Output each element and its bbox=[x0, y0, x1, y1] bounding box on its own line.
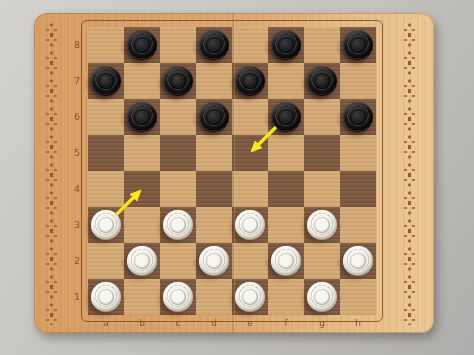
rank-label: 7 bbox=[64, 76, 80, 87]
square-e4[interactable] bbox=[232, 171, 268, 207]
checker-black-cap bbox=[134, 109, 150, 125]
checker-black-cap bbox=[170, 73, 186, 89]
square-c4[interactable] bbox=[160, 171, 196, 207]
square-c2[interactable] bbox=[160, 243, 196, 279]
square-c7[interactable] bbox=[160, 63, 196, 99]
checker-white-cap bbox=[314, 217, 330, 233]
file-label: g bbox=[314, 318, 330, 329]
square-b3[interactable] bbox=[124, 207, 160, 243]
checker-white[interactable] bbox=[163, 210, 193, 240]
square-e5[interactable] bbox=[232, 135, 268, 171]
square-f3[interactable] bbox=[268, 207, 304, 243]
checker-white[interactable] bbox=[199, 246, 229, 276]
square-a8[interactable] bbox=[88, 27, 124, 63]
square-c3[interactable] bbox=[160, 207, 196, 243]
square-f7[interactable] bbox=[268, 63, 304, 99]
square-c1[interactable] bbox=[160, 279, 196, 315]
checker-black-cap bbox=[350, 37, 366, 53]
square-g6[interactable] bbox=[304, 99, 340, 135]
square-a6[interactable] bbox=[88, 99, 124, 135]
checker-black[interactable] bbox=[307, 66, 337, 96]
rank-label: 5 bbox=[64, 148, 80, 159]
checker-black[interactable] bbox=[271, 102, 301, 132]
square-d8[interactable] bbox=[196, 27, 232, 63]
checker-black-cap bbox=[98, 73, 114, 89]
ornament-border-left bbox=[44, 21, 59, 325]
checker-white[interactable] bbox=[307, 282, 337, 312]
checker-white-cap bbox=[170, 289, 186, 305]
square-h6[interactable] bbox=[340, 99, 376, 135]
file-label: a bbox=[98, 318, 114, 329]
square-b4[interactable] bbox=[124, 171, 160, 207]
checker-black-cap bbox=[350, 109, 366, 125]
square-f5[interactable] bbox=[268, 135, 304, 171]
square-f8[interactable] bbox=[268, 27, 304, 63]
square-d6[interactable] bbox=[196, 99, 232, 135]
square-e8[interactable] bbox=[232, 27, 268, 63]
square-d5[interactable] bbox=[196, 135, 232, 171]
square-g4[interactable] bbox=[304, 171, 340, 207]
board-fold-crease bbox=[232, 13, 235, 333]
square-a4[interactable] bbox=[88, 171, 124, 207]
checker-black[interactable] bbox=[271, 30, 301, 60]
checker-white-cap bbox=[170, 217, 186, 233]
checker-white[interactable] bbox=[91, 282, 121, 312]
square-c5[interactable] bbox=[160, 135, 196, 171]
square-e7[interactable] bbox=[232, 63, 268, 99]
checker-white-cap bbox=[242, 289, 258, 305]
square-b6[interactable] bbox=[124, 99, 160, 135]
checker-white[interactable] bbox=[235, 282, 265, 312]
rank-label: 1 bbox=[64, 292, 80, 303]
square-f1[interactable] bbox=[268, 279, 304, 315]
checker-black[interactable] bbox=[199, 30, 229, 60]
checker-white-cap bbox=[242, 217, 258, 233]
square-a2[interactable] bbox=[88, 243, 124, 279]
rank-label: 4 bbox=[64, 184, 80, 195]
square-e3[interactable] bbox=[232, 207, 268, 243]
checker-black[interactable] bbox=[127, 30, 157, 60]
square-h4[interactable] bbox=[340, 171, 376, 207]
square-h2[interactable] bbox=[340, 243, 376, 279]
square-h3[interactable] bbox=[340, 207, 376, 243]
file-label: c bbox=[170, 318, 186, 329]
checker-black[interactable] bbox=[343, 102, 373, 132]
file-label: f bbox=[278, 318, 294, 329]
checker-black[interactable] bbox=[199, 102, 229, 132]
checker-black-cap bbox=[206, 37, 222, 53]
checker-black[interactable] bbox=[163, 66, 193, 96]
square-c6[interactable] bbox=[160, 99, 196, 135]
checker-white[interactable] bbox=[127, 246, 157, 276]
square-a1[interactable] bbox=[88, 279, 124, 315]
square-g2[interactable] bbox=[304, 243, 340, 279]
checker-white-cap bbox=[206, 253, 222, 269]
rank-label: 2 bbox=[64, 256, 80, 267]
photo-background: 87654321abcdefgh bbox=[0, 0, 474, 355]
checker-black[interactable] bbox=[127, 102, 157, 132]
square-h1[interactable] bbox=[340, 279, 376, 315]
square-c8[interactable] bbox=[160, 27, 196, 63]
square-h8[interactable] bbox=[340, 27, 376, 63]
checker-black[interactable] bbox=[343, 30, 373, 60]
checker-black[interactable] bbox=[91, 66, 121, 96]
square-e6[interactable] bbox=[232, 99, 268, 135]
square-d2[interactable] bbox=[196, 243, 232, 279]
checker-white[interactable] bbox=[307, 210, 337, 240]
square-a7[interactable] bbox=[88, 63, 124, 99]
checker-white[interactable] bbox=[163, 282, 193, 312]
checker-black-cap bbox=[206, 109, 222, 125]
square-g3[interactable] bbox=[304, 207, 340, 243]
square-b8[interactable] bbox=[124, 27, 160, 63]
ornament-border-right bbox=[402, 21, 417, 325]
checkers-board: 87654321abcdefgh bbox=[34, 13, 434, 333]
square-d7[interactable] bbox=[196, 63, 232, 99]
rank-label: 6 bbox=[64, 112, 80, 123]
square-g8[interactable] bbox=[304, 27, 340, 63]
square-b1[interactable] bbox=[124, 279, 160, 315]
square-b5[interactable] bbox=[124, 135, 160, 171]
square-e1[interactable] bbox=[232, 279, 268, 315]
file-label: b bbox=[134, 318, 150, 329]
square-d3[interactable] bbox=[196, 207, 232, 243]
square-h5[interactable] bbox=[340, 135, 376, 171]
checker-white-cap bbox=[134, 253, 150, 269]
square-d4[interactable] bbox=[196, 171, 232, 207]
checker-white-cap bbox=[278, 253, 294, 269]
square-d1[interactable] bbox=[196, 279, 232, 315]
checker-black-cap bbox=[134, 37, 150, 53]
checker-black-cap bbox=[278, 109, 294, 125]
square-b7[interactable] bbox=[124, 63, 160, 99]
rank-label: 3 bbox=[64, 220, 80, 231]
square-a3[interactable] bbox=[88, 207, 124, 243]
checker-white-cap bbox=[350, 253, 366, 269]
checker-black-cap bbox=[314, 73, 330, 89]
file-label: d bbox=[206, 318, 222, 329]
square-g1[interactable] bbox=[304, 279, 340, 315]
square-f4[interactable] bbox=[268, 171, 304, 207]
rank-label: 8 bbox=[64, 40, 80, 51]
checker-white-cap bbox=[98, 217, 114, 233]
checker-white-cap bbox=[98, 289, 114, 305]
checker-white-cap bbox=[314, 289, 330, 305]
square-g7[interactable] bbox=[304, 63, 340, 99]
square-h7[interactable] bbox=[340, 63, 376, 99]
checker-black-cap bbox=[242, 73, 258, 89]
square-g5[interactable] bbox=[304, 135, 340, 171]
checker-black[interactable] bbox=[235, 66, 265, 96]
square-f2[interactable] bbox=[268, 243, 304, 279]
checker-white[interactable] bbox=[91, 210, 121, 240]
square-f6[interactable] bbox=[268, 99, 304, 135]
square-b2[interactable] bbox=[124, 243, 160, 279]
square-a5[interactable] bbox=[88, 135, 124, 171]
checker-black-cap bbox=[278, 37, 294, 53]
file-label: e bbox=[242, 318, 258, 329]
square-e2[interactable] bbox=[232, 243, 268, 279]
checker-white[interactable] bbox=[343, 246, 373, 276]
checker-white[interactable] bbox=[235, 210, 265, 240]
checker-white[interactable] bbox=[271, 246, 301, 276]
file-label: h bbox=[350, 318, 366, 329]
